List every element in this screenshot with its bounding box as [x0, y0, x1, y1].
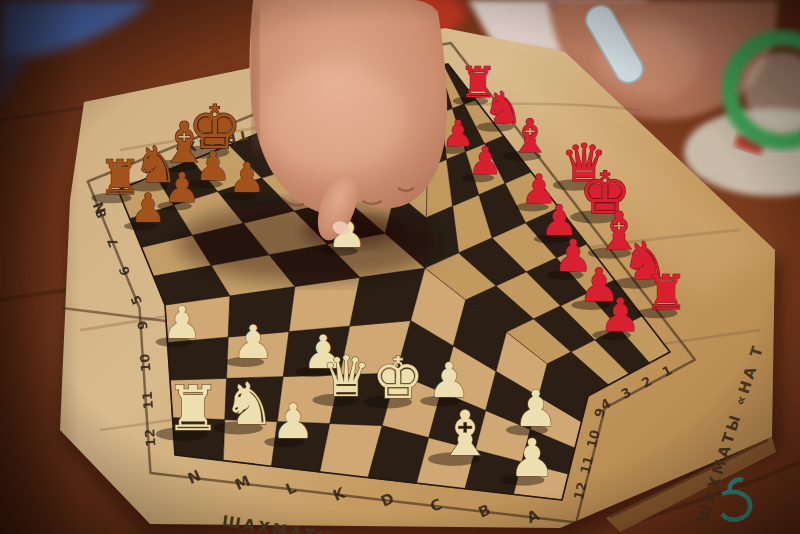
hand-shadow [176, 202, 440, 282]
white-rook[interactable]: ♜ [165, 372, 221, 445]
red-bishop[interactable]: ♝ [509, 109, 550, 163]
white-pawn[interactable]: ♟ [271, 393, 314, 449]
knuckle-highlight [263, 65, 407, 175]
white-pawn[interactable]: ♟ [232, 315, 273, 369]
white-pawn[interactable]: ♟ [509, 428, 556, 488]
coord-label-left_lower-11: 11 [140, 391, 156, 410]
three-player-chess-photo: 8765910111212349101112NMLKDCBA ШАХМАТЫ «… [0, 0, 800, 534]
red-pawn[interactable]: ♟ [468, 139, 502, 183]
brown-pawn[interactable]: ♟ [130, 185, 166, 231]
white-queen[interactable]: ♛ [321, 344, 371, 409]
red-rook[interactable]: ♜ [644, 264, 687, 320]
white-bishop[interactable]: ♝ [437, 397, 493, 470]
brown-pawn[interactable]: ♟ [164, 164, 201, 212]
brown-pawn[interactable]: ♟ [195, 143, 231, 189]
coord-label-left_lower-9: 9 [135, 320, 151, 330]
white-pawn[interactable]: ♟ [162, 297, 201, 348]
red-pawn[interactable]: ♟ [599, 288, 640, 342]
white-king[interactable]: ♚ [372, 344, 424, 412]
coord-label-left_lower-12: 12 [142, 428, 158, 447]
brown-pawn[interactable]: ♟ [229, 154, 266, 202]
coord-label-left_lower-10: 10 [137, 353, 153, 372]
white-knight[interactable]: ♞ [223, 370, 275, 438]
